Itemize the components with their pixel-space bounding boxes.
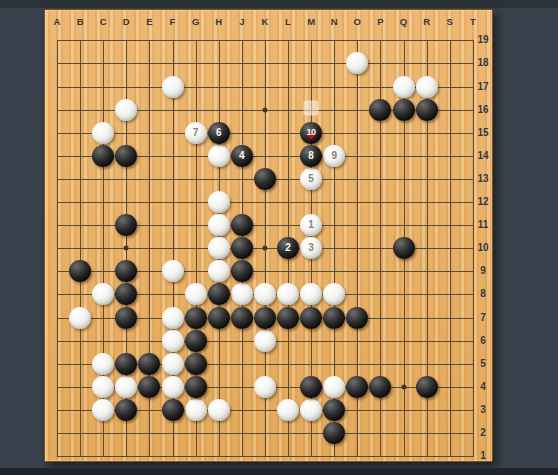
star-point xyxy=(262,246,267,251)
row-label: 5 xyxy=(480,359,486,369)
stone-white-J8 xyxy=(231,283,253,305)
stone-white-K6 xyxy=(254,330,276,352)
row-label: 1 xyxy=(480,451,486,461)
stone-black-M7 xyxy=(300,307,322,329)
row-label: 7 xyxy=(480,313,486,323)
stone-white-N4 xyxy=(323,376,345,398)
star-point xyxy=(401,384,406,389)
move-number: 6 xyxy=(216,128,222,138)
star-point xyxy=(124,246,129,251)
stone-black-H7 xyxy=(208,307,230,329)
stone-white-H10 xyxy=(208,237,230,259)
stone-white-M10: 3 xyxy=(300,237,322,259)
stone-white-L8 xyxy=(277,283,299,305)
stone-white-M8 xyxy=(300,283,322,305)
column-label: Q xyxy=(400,17,407,27)
stone-white-B7 xyxy=(69,307,91,329)
stone-white-H14 xyxy=(208,145,230,167)
stone-black-E5 xyxy=(138,353,160,375)
stone-black-M14: 8 xyxy=(300,145,322,167)
move-number: 1 xyxy=(308,220,314,230)
column-label: E xyxy=(146,17,152,27)
move-number: 8 xyxy=(308,151,314,161)
stone-black-D14 xyxy=(115,145,137,167)
stone-white-F5 xyxy=(162,353,184,375)
column-label: A xyxy=(54,17,61,27)
stone-white-F7 xyxy=(162,307,184,329)
stone-white-C4 xyxy=(92,376,114,398)
column-label: R xyxy=(423,17,430,27)
stone-black-D5 xyxy=(115,353,137,375)
stone-black-O4 xyxy=(346,376,368,398)
stone-white-M3 xyxy=(300,399,322,421)
stone-white-D16 xyxy=(115,99,137,121)
stone-white-O18 xyxy=(346,52,368,74)
stone-black-J7 xyxy=(231,307,253,329)
stone-white-K4 xyxy=(254,376,276,398)
row-label: 18 xyxy=(477,58,488,68)
column-label: M xyxy=(307,17,315,27)
stone-black-P16 xyxy=(369,99,391,121)
stone-white-F9 xyxy=(162,260,184,282)
bottom-bar xyxy=(0,468,558,475)
top-bar xyxy=(0,0,558,8)
row-label: 19 xyxy=(477,35,488,45)
stone-white-C5 xyxy=(92,353,114,375)
stone-black-K7 xyxy=(254,307,276,329)
row-label: 17 xyxy=(477,82,488,92)
column-label: T xyxy=(470,17,476,27)
stone-white-H3 xyxy=(208,399,230,421)
row-label: 4 xyxy=(480,382,486,392)
stone-black-G5 xyxy=(185,353,207,375)
move-number: 3 xyxy=(308,243,314,253)
column-label: P xyxy=(377,17,383,27)
stone-white-K8 xyxy=(254,283,276,305)
column-label: L xyxy=(285,17,291,27)
row-label: 9 xyxy=(480,266,486,276)
column-label: H xyxy=(215,17,222,27)
stone-white-N14: 9 xyxy=(323,145,345,167)
stone-black-R4 xyxy=(416,376,438,398)
row-label: 3 xyxy=(480,405,486,415)
stone-black-P4 xyxy=(369,376,391,398)
app-window: ABCDEFGHJKLMNOPQRST191817161514131211109… xyxy=(0,0,558,475)
star-point xyxy=(262,107,267,112)
stone-black-J10 xyxy=(231,237,253,259)
row-label: 16 xyxy=(477,105,488,115)
stone-black-Q16 xyxy=(393,99,415,121)
stone-black-B9 xyxy=(69,260,91,282)
stone-white-H12 xyxy=(208,191,230,213)
row-label: 15 xyxy=(477,128,488,138)
row-label: 13 xyxy=(477,174,488,184)
stone-white-C15 xyxy=(92,122,114,144)
column-label: S xyxy=(447,17,453,27)
stone-black-F3 xyxy=(162,399,184,421)
stone-black-Q10 xyxy=(393,237,415,259)
stone-black-D3 xyxy=(115,399,137,421)
column-label: B xyxy=(77,17,84,27)
stone-black-D9 xyxy=(115,260,137,282)
stone-white-F17 xyxy=(162,76,184,98)
stone-black-O7 xyxy=(346,307,368,329)
move-number: 2 xyxy=(285,243,291,253)
column-label: C xyxy=(100,17,107,27)
stone-white-L3 xyxy=(277,399,299,421)
stone-black-L10: 2 xyxy=(277,237,299,259)
column-label: D xyxy=(123,17,130,27)
stone-white-G8 xyxy=(185,283,207,305)
stone-white-D4 xyxy=(115,376,137,398)
stone-black-M15: 10 xyxy=(300,122,322,144)
stone-white-F6 xyxy=(162,330,184,352)
row-label: 12 xyxy=(477,197,488,207)
stone-black-E4 xyxy=(138,376,160,398)
grid-line xyxy=(473,40,474,457)
move-number: 5 xyxy=(308,174,314,184)
stone-black-L7 xyxy=(277,307,299,329)
move-number: 7 xyxy=(193,128,199,138)
stone-black-J11 xyxy=(231,214,253,236)
grid-line xyxy=(57,456,474,457)
row-label: 11 xyxy=(478,220,489,230)
row-label: 14 xyxy=(477,151,488,161)
last-move-marker xyxy=(307,135,315,140)
stone-black-G6 xyxy=(185,330,207,352)
stone-black-N7 xyxy=(323,307,345,329)
move-number: 9 xyxy=(331,151,337,161)
stone-white-Q17 xyxy=(393,76,415,98)
column-label: N xyxy=(331,17,338,27)
hover-preview-marker xyxy=(304,100,319,115)
column-label: O xyxy=(354,17,361,27)
column-label: F xyxy=(170,17,176,27)
stone-black-D8 xyxy=(115,283,137,305)
stone-black-H8 xyxy=(208,283,230,305)
stone-white-F4 xyxy=(162,376,184,398)
stone-black-C14 xyxy=(92,145,114,167)
column-label: J xyxy=(239,17,244,27)
stone-white-N8 xyxy=(323,283,345,305)
stone-black-N3 xyxy=(323,399,345,421)
stone-black-N2 xyxy=(323,422,345,444)
stone-black-M4 xyxy=(300,376,322,398)
stone-white-R17 xyxy=(416,76,438,98)
stone-white-C3 xyxy=(92,399,114,421)
row-label: 8 xyxy=(480,289,486,299)
column-label: K xyxy=(261,17,268,27)
stone-black-D11 xyxy=(115,214,137,236)
stone-white-H9 xyxy=(208,260,230,282)
grid-line xyxy=(450,40,451,457)
move-number: 4 xyxy=(239,151,245,161)
goban[interactable]: ABCDEFGHJKLMNOPQRST191817161514131211109… xyxy=(44,9,493,462)
row-label: 10 xyxy=(477,243,488,253)
stone-white-G3 xyxy=(185,399,207,421)
stone-white-H11 xyxy=(208,214,230,236)
stone-white-M11: 1 xyxy=(300,214,322,236)
stone-black-D7 xyxy=(115,307,137,329)
stone-black-R16 xyxy=(416,99,438,121)
row-label: 6 xyxy=(480,336,486,346)
stone-black-G7 xyxy=(185,307,207,329)
row-label: 2 xyxy=(480,428,486,438)
stone-white-M13: 5 xyxy=(300,168,322,190)
stone-white-G15: 7 xyxy=(185,122,207,144)
column-label: G xyxy=(192,17,199,27)
stone-black-J14: 4 xyxy=(231,145,253,167)
stone-white-C8 xyxy=(92,283,114,305)
grid-line xyxy=(57,433,474,434)
stone-black-G4 xyxy=(185,376,207,398)
stone-black-J9 xyxy=(231,260,253,282)
stone-black-H15: 6 xyxy=(208,122,230,144)
stone-black-K13 xyxy=(254,168,276,190)
